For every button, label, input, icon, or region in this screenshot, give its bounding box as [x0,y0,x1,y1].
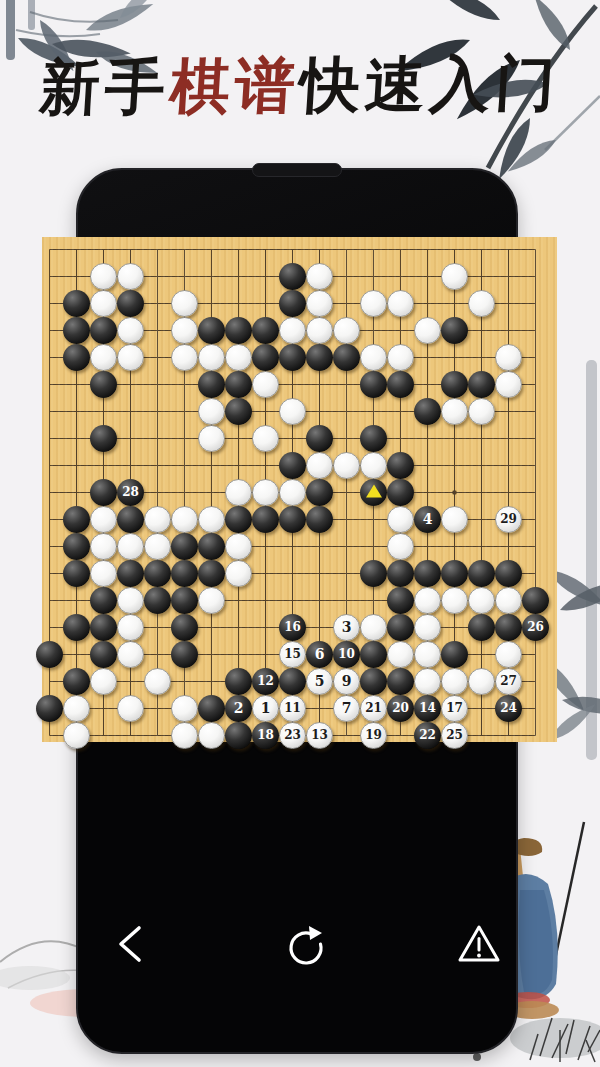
move-number-label: 17 [442,696,467,721]
stone-black-c6-r14 [171,587,198,614]
stone-white-c4-r5 [117,344,144,371]
stone-white-c3-r5 [90,344,117,371]
stone-black-c16-r13 [441,560,468,587]
stone-black-c11-r11 [306,506,333,533]
stone-white-c8-r12 [225,533,252,560]
stone-white-c4-r14 [117,587,144,614]
move-number-label: 18 [252,722,279,749]
stone-white-c10-r19: 23 [279,722,306,749]
stone-white-c9-r10 [252,479,279,506]
stone-white-c13-r3 [360,290,387,317]
stone-black-c7-r18 [198,695,225,722]
stone-white-c14-r3 [387,290,414,317]
stone-white-c4-r15 [117,614,144,641]
stone-white-c10-r18: 11 [279,695,306,722]
stone-black-c17-r15 [468,614,495,641]
stone-black-c3-r6 [90,371,117,398]
stone-black-c3-r14 [90,587,117,614]
stone-black-c16-r4 [441,317,468,344]
stone-white-c12-r18: 7 [333,695,360,722]
stone-black-c10-r5 [279,344,306,371]
stone-white-c13-r15 [360,614,387,641]
stone-white-c6-r18 [171,695,198,722]
stone-white-c3-r13 [90,560,117,587]
stone-black-c14-r18: 20 [387,695,414,722]
stone-black-c15-r11: 4 [414,506,441,533]
stone-black-c4-r3 [117,290,144,317]
stone-white-c13-r19: 19 [360,722,387,749]
move-number-label: 6 [306,641,333,668]
move-number-label: 4 [414,506,441,533]
triangle-marker-icon [366,484,382,497]
move-number-label: 27 [496,669,521,694]
stone-white-c15-r15 [414,614,441,641]
stone-black-c14-r13 [387,560,414,587]
stone-white-c15-r14 [414,587,441,614]
stone-white-c18-r11: 29 [495,506,522,533]
stone-black-c8-r6 [225,371,252,398]
stone-black-c14-r9 [387,452,414,479]
refresh-button[interactable] [284,924,330,968]
title-part1: 新手 [38,54,172,121]
stone-black-c7-r6 [198,371,225,398]
stone-black-c10-r2 [279,263,306,290]
stone-black-c13-r16 [360,641,387,668]
back-chevron-icon [121,928,139,960]
warning-triangle-icon [460,927,498,960]
stone-black-c18-r15 [495,614,522,641]
stone-black-c3-r4 [90,317,117,344]
title-highlight: 棋谱 [168,53,302,120]
move-number-label: 2 [225,695,252,722]
stone-black-c3-r8 [90,425,117,452]
stone-black-c13-r10 [360,479,387,506]
stone-white-c18-r14 [495,587,522,614]
stone-white-c17-r7 [468,398,495,425]
stone-black-c8-r7 [225,398,252,425]
move-number-label: 16 [279,614,306,641]
stone-white-c12-r17: 9 [333,668,360,695]
stone-black-c9-r4 [252,317,279,344]
stone-black-c2-r3 [63,290,90,317]
stone-black-c5-r14 [144,587,171,614]
stone-white-c3-r11 [90,506,117,533]
stone-white-c16-r19: 25 [441,722,468,749]
stone-black-c14-r10 [387,479,414,506]
stone-black-c16-r6 [441,371,468,398]
stone-black-c14-r17 [387,668,414,695]
stone-black-c8-r19 [225,722,252,749]
stone-black-c2-r15 [63,614,90,641]
stone-black-c8-r18: 2 [225,695,252,722]
stone-black-c11-r5 [306,344,333,371]
title-part2: 快速入门 [298,51,562,119]
stone-white-c5-r17 [144,668,171,695]
stone-white-c3-r2 [90,263,117,290]
stone-black-c9-r11 [252,506,279,533]
stone-white-c7-r5 [198,344,225,371]
stone-black-c11-r8 [306,425,333,452]
move-number-label: 26 [522,614,549,641]
stone-white-c16-r14 [441,587,468,614]
stone-white-c7-r8 [198,425,225,452]
stone-white-c14-r5 [387,344,414,371]
stone-black-c8-r11 [225,506,252,533]
stone-white-c6-r11 [171,506,198,533]
stone-black-c18-r18: 24 [495,695,522,722]
stone-black-c18-r13 [495,560,522,587]
stone-white-c13-r5 [360,344,387,371]
stone-white-c4-r16 [117,641,144,668]
stone-white-c11-r2 [306,263,333,290]
stone-black-c13-r13 [360,560,387,587]
stone-white-c11-r19: 13 [306,722,333,749]
move-number-label: 21 [361,696,386,721]
stone-white-c17-r17 [468,668,495,695]
stone-white-c7-r11 [198,506,225,533]
move-number-label: 7 [334,696,359,721]
move-number-label: 5 [307,669,332,694]
stone-black-c13-r8 [360,425,387,452]
stone-white-c10-r10 [279,479,306,506]
stone-black-c10-r9 [279,452,306,479]
stone-white-c16-r17 [441,668,468,695]
stone-white-c2-r18 [63,695,90,722]
stone-white-c8-r5 [225,344,252,371]
stone-black-c13-r17 [360,668,387,695]
stone-white-c6-r19 [171,722,198,749]
stone-black-c2-r12 [63,533,90,560]
stone-black-c15-r19: 22 [414,722,441,749]
stone-black-c8-r17 [225,668,252,695]
stone-black-c2-r17 [63,668,90,695]
stone-white-c3-r12 [90,533,117,560]
stone-black-c12-r5 [333,344,360,371]
stone-black-c4-r10: 28 [117,479,144,506]
move-number-label: 15 [280,642,305,667]
move-number-label: 13 [307,723,332,748]
stone-white-c15-r16 [414,641,441,668]
stone-white-c10-r4 [279,317,306,344]
stone-white-c13-r9 [360,452,387,479]
stone-white-c11-r4 [306,317,333,344]
stone-black-c1-r18 [36,695,63,722]
stone-black-c6-r16 [171,641,198,668]
move-number-label: 22 [414,722,441,749]
stone-black-c10-r17 [279,668,306,695]
stone-white-c11-r3 [306,290,333,317]
stone-black-c15-r18: 14 [414,695,441,722]
stone-white-c9-r18: 1 [252,695,279,722]
stone-black-c3-r10 [90,479,117,506]
stone-white-c4-r12 [117,533,144,560]
stone-black-c7-r12 [198,533,225,560]
stone-black-c19-r15: 26 [522,614,549,641]
stone-white-c17-r3 [468,290,495,317]
stone-black-c14-r6 [387,371,414,398]
stone-black-c12-r16: 10 [333,641,360,668]
stone-white-c12-r15: 3 [333,614,360,641]
move-number-label: 1 [253,696,278,721]
stone-white-c9-r6 [252,371,279,398]
stone-white-c13-r18: 21 [360,695,387,722]
stone-white-c14-r12 [387,533,414,560]
stone-black-c14-r14 [387,587,414,614]
stone-white-c11-r9 [306,452,333,479]
stone-black-c2-r5 [63,344,90,371]
stone-white-c11-r17: 5 [306,668,333,695]
stone-black-c3-r15 [90,614,117,641]
stone-white-c18-r6 [495,371,522,398]
stone-white-c15-r17 [414,668,441,695]
move-number-label: 3 [334,615,359,640]
stone-black-c10-r3 [279,290,306,317]
stone-white-c6-r3 [171,290,198,317]
stone-black-c3-r16 [90,641,117,668]
stone-white-c16-r18: 17 [441,695,468,722]
stone-white-c5-r11 [144,506,171,533]
move-number-label: 11 [280,696,305,721]
move-number-label: 19 [361,723,386,748]
stone-black-c6-r13 [171,560,198,587]
page-title: 新手棋谱快速入门 [0,53,600,118]
move-number-label: 14 [414,695,441,722]
stone-white-c8-r13 [225,560,252,587]
stone-white-c12-r9 [333,452,360,479]
stone-black-c17-r13 [468,560,495,587]
stone-black-c2-r11 [63,506,90,533]
stone-black-c2-r13 [63,560,90,587]
stone-black-c5-r13 [144,560,171,587]
stone-white-c15-r4 [414,317,441,344]
warning-button[interactable] [457,924,501,964]
stone-black-c4-r13 [117,560,144,587]
stone-white-c3-r17 [90,668,117,695]
stone-black-c10-r15: 16 [279,614,306,641]
stone-white-c7-r19 [198,722,225,749]
stone-white-c2-r19 [63,722,90,749]
move-number-label: 9 [334,669,359,694]
stone-white-c16-r7 [441,398,468,425]
stone-black-c19-r14 [522,587,549,614]
stone-black-c15-r7 [414,398,441,425]
stone-black-c9-r5 [252,344,279,371]
stone-white-c9-r8 [252,425,279,452]
stone-white-c5-r12 [144,533,171,560]
move-number-label: 20 [387,695,414,722]
stone-white-c6-r4 [171,317,198,344]
move-number-label: 24 [495,695,522,722]
stone-black-c11-r10 [306,479,333,506]
stone-white-c8-r10 [225,479,252,506]
stone-white-c4-r4 [117,317,144,344]
move-number-label: 10 [333,641,360,668]
stone-white-c4-r18 [117,695,144,722]
stone-black-c7-r4 [198,317,225,344]
stone-white-c14-r16 [387,641,414,668]
stone-white-c3-r3 [90,290,117,317]
stone-white-c17-r14 [468,587,495,614]
stone-white-c14-r11 [387,506,414,533]
stone-white-c18-r5 [495,344,522,371]
stone-black-c13-r6 [360,371,387,398]
move-number-label: 12 [252,668,279,695]
stone-black-c2-r4 [63,317,90,344]
stone-black-c10-r11 [279,506,306,533]
move-number-label: 23 [280,723,305,748]
stone-black-c14-r15 [387,614,414,641]
stone-black-c1-r16 [36,641,63,668]
stone-white-c16-r2 [441,263,468,290]
stone-black-c6-r12 [171,533,198,560]
stone-white-c4-r2 [117,263,144,290]
stone-black-c9-r19: 18 [252,722,279,749]
stone-white-c12-r4 [333,317,360,344]
stone-black-c6-r15 [171,614,198,641]
refresh-icon [291,926,322,963]
move-number-label: 29 [496,507,521,532]
back-button[interactable] [112,922,152,966]
stone-white-c7-r14 [198,587,225,614]
screenshot-root: { "app": {"background_color": "#f3f2f4",… [0,0,600,1067]
stone-black-c11-r16: 6 [306,641,333,668]
stone-white-c18-r17: 27 [495,668,522,695]
move-number-label: 28 [117,479,144,506]
stone-white-c16-r11 [441,506,468,533]
stone-black-c4-r11 [117,506,144,533]
stone-black-c17-r6 [468,371,495,398]
phone-speaker-notch [252,163,342,177]
stone-black-c16-r16 [441,641,468,668]
stone-white-c10-r16: 15 [279,641,306,668]
stone-black-c7-r13 [198,560,225,587]
stone-black-c8-r4 [225,317,252,344]
stone-white-c10-r7 [279,398,306,425]
stone-black-c9-r17: 12 [252,668,279,695]
stone-black-c15-r13 [414,560,441,587]
move-number-label: 25 [442,723,467,748]
go-board[interactable]: 2842916326156101259272111721201417241823… [42,237,557,742]
stone-white-c7-r7 [198,398,225,425]
stone-white-c18-r16 [495,641,522,668]
stone-white-c6-r5 [171,344,198,371]
